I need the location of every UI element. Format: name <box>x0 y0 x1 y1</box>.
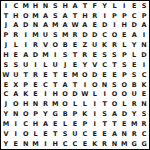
grid-cell[interactable]: N <box>40 1 50 11</box>
grid-cell[interactable]: E <box>80 139 90 149</box>
grid-cell[interactable]: Y <box>129 40 139 50</box>
grid-cell[interactable]: R <box>139 119 149 129</box>
grid-cell[interactable]: N <box>139 100 149 110</box>
grid-cell[interactable]: A <box>129 31 139 41</box>
grid-cell[interactable]: T <box>50 80 60 90</box>
grid-cell[interactable]: M <box>50 100 60 110</box>
grid-cell[interactable]: I <box>139 31 149 41</box>
grid-cell[interactable]: E <box>139 90 149 100</box>
grid-cell[interactable]: L <box>129 50 139 60</box>
grid-cell[interactable]: D <box>70 90 80 100</box>
grid-cell[interactable]: M <box>70 70 80 80</box>
grid-cell[interactable]: R <box>129 129 139 139</box>
grid-cell[interactable]: E <box>70 40 80 50</box>
grid-cell[interactable]: D <box>129 21 139 31</box>
grid-cell[interactable]: A <box>139 21 149 31</box>
grid-cell[interactable]: T <box>21 70 31 80</box>
grid-cell[interactable]: A <box>60 21 70 31</box>
grid-cell[interactable]: P <box>70 110 80 120</box>
grid-cell[interactable]: T <box>50 70 60 80</box>
grid-cell[interactable]: U <box>70 129 80 139</box>
grid-cell[interactable]: L <box>80 100 90 110</box>
grid-cell[interactable]: S <box>60 50 70 60</box>
grid-cell[interactable]: C <box>139 129 149 139</box>
grid-cell[interactable]: E <box>90 129 100 139</box>
grid-cell[interactable]: C <box>1 90 11 100</box>
grid-cell[interactable]: S <box>50 1 60 11</box>
grid-cell[interactable]: R <box>70 31 80 41</box>
grid-cell[interactable]: I <box>40 90 50 100</box>
grid-cell[interactable]: E <box>40 129 50 139</box>
grid-cell[interactable]: Z <box>80 40 90 50</box>
grid-cell[interactable]: I <box>31 60 41 70</box>
grid-cell[interactable]: S <box>1 60 11 70</box>
grid-cell[interactable]: B <box>60 110 70 120</box>
grid-cell[interactable]: C <box>100 60 110 70</box>
grid-cell[interactable]: H <box>31 1 41 11</box>
grid-cell[interactable]: A <box>21 50 31 60</box>
grid-cell[interactable]: B <box>129 80 139 90</box>
grid-cell[interactable]: M <box>50 21 60 31</box>
grid-cell[interactable]: L <box>70 100 80 110</box>
grid-cell[interactable]: S <box>139 1 149 11</box>
grid-cell[interactable]: H <box>50 139 60 149</box>
grid-cell[interactable]: P <box>119 11 129 21</box>
grid-cell[interactable]: L <box>60 119 70 129</box>
grid-cell[interactable]: E <box>129 60 139 70</box>
grid-cell[interactable]: I <box>50 50 60 60</box>
grid-cell[interactable]: S <box>129 70 139 80</box>
grid-cell[interactable]: A <box>80 21 90 31</box>
grid-cell[interactable]: E <box>70 119 80 129</box>
grid-cell[interactable]: M <box>119 139 129 149</box>
grid-cell[interactable]: T <box>110 60 120 70</box>
grid-cell[interactable]: C <box>11 1 21 11</box>
grid-cell[interactable]: O <box>110 100 120 110</box>
grid-cell[interactable]: T <box>80 1 90 11</box>
grid-cell[interactable]: L <box>90 90 100 100</box>
grid-cell[interactable]: E <box>100 70 110 80</box>
grid-cell[interactable]: J <box>60 60 70 70</box>
grid-cell[interactable]: P <box>139 11 149 21</box>
grid-cell[interactable]: I <box>100 11 110 21</box>
grid-cell[interactable]: O <box>119 90 129 100</box>
grid-cell[interactable]: R <box>11 31 21 41</box>
grid-cell[interactable]: W <box>1 70 11 80</box>
grid-cell[interactable]: C <box>60 139 70 149</box>
grid-cell[interactable]: E <box>110 70 120 80</box>
grid-cell[interactable]: E <box>60 70 70 80</box>
grid-cell[interactable]: I <box>90 100 100 110</box>
grid-cell[interactable]: C <box>139 70 149 80</box>
grid-cell[interactable]: P <box>1 31 11 41</box>
grid-cell[interactable]: C <box>80 129 90 139</box>
grid-cell[interactable]: D <box>139 50 149 60</box>
grid-cell[interactable]: I <box>11 129 21 139</box>
grid-cell[interactable]: O <box>21 11 31 21</box>
grid-cell[interactable]: M <box>31 139 41 149</box>
grid-cell[interactable]: P <box>119 70 129 80</box>
grid-cell[interactable]: N <box>21 139 31 149</box>
grid-cell[interactable]: I <box>100 90 110 100</box>
grid-cell[interactable]: S <box>119 60 129 70</box>
grid-cell[interactable]: T <box>70 50 80 60</box>
grid-cell[interactable]: E <box>90 50 100 60</box>
grid-cell[interactable]: M <box>31 11 41 21</box>
grid-cell[interactable]: U <box>90 40 100 50</box>
grid-cell[interactable]: J <box>1 100 11 110</box>
grid-cell[interactable]: I <box>40 139 50 149</box>
grid-cell[interactable]: P <box>31 110 41 120</box>
grid-cell[interactable]: Y <box>40 110 50 120</box>
grid-cell[interactable]: H <box>60 1 70 11</box>
grid-cell[interactable]: E <box>119 31 129 41</box>
grid-cell[interactable]: D <box>119 110 129 120</box>
grid-cell[interactable]: R <box>129 100 139 110</box>
grid-cell[interactable]: L <box>40 60 50 70</box>
grid-cell[interactable]: Y <box>100 1 110 11</box>
grid-cell[interactable]: M <box>40 50 50 60</box>
grid-cell[interactable]: C <box>70 139 80 149</box>
grid-cell[interactable]: K <box>90 139 100 149</box>
grid-cell[interactable]: Y <box>80 60 90 70</box>
grid-cell[interactable]: S <box>110 50 120 60</box>
grid-cell[interactable]: C <box>21 119 31 129</box>
grid-cell[interactable]: R <box>40 100 50 110</box>
grid-cell[interactable]: O <box>21 129 31 139</box>
grid-cell[interactable]: U <box>40 31 50 41</box>
grid-cell[interactable]: A <box>110 110 120 120</box>
grid-cell[interactable]: P <box>119 50 129 60</box>
grid-cell[interactable]: I <box>1 1 11 11</box>
grid-cell[interactable]: L <box>11 40 21 50</box>
grid-cell[interactable]: A <box>60 80 70 90</box>
grid-cell[interactable]: S <box>11 60 21 70</box>
grid-cell[interactable]: Y <box>129 110 139 120</box>
grid-cell[interactable]: E <box>31 90 41 100</box>
grid-cell[interactable]: T <box>100 119 110 129</box>
grid-cell[interactable]: E <box>11 50 21 60</box>
grid-cell[interactable]: H <box>119 21 129 31</box>
grid-cell[interactable]: G <box>50 110 60 120</box>
grid-cell[interactable]: N <box>119 129 129 139</box>
grid-cell[interactable]: E <box>90 21 100 31</box>
grid-cell[interactable]: V <box>40 40 50 50</box>
grid-cell[interactable]: I <box>11 119 21 129</box>
grid-cell[interactable]: T <box>110 119 120 129</box>
grid-cell[interactable]: K <box>139 80 149 90</box>
grid-cell[interactable]: T <box>100 100 110 110</box>
grid-cell[interactable]: A <box>40 11 50 21</box>
grid-cell[interactable]: I <box>21 40 31 50</box>
grid-cell[interactable]: A <box>70 1 80 11</box>
grid-cell[interactable]: O <box>60 90 70 100</box>
grid-cell[interactable]: T <box>1 11 11 21</box>
grid-cell[interactable]: H <box>1 50 11 60</box>
grid-cell[interactable]: T <box>70 80 80 90</box>
grid-cell[interactable]: H <box>11 11 21 21</box>
grid-cell[interactable]: H <box>80 11 90 21</box>
grid-cell[interactable]: E <box>31 80 41 90</box>
grid-cell[interactable]: D <box>90 31 100 41</box>
grid-cell[interactable]: P <box>21 80 31 90</box>
grid-cell[interactable]: G <box>129 139 139 149</box>
grid-cell[interactable]: R <box>90 11 100 21</box>
grid-cell[interactable]: O <box>119 80 129 90</box>
grid-cell[interactable]: A <box>110 129 120 139</box>
grid-cell[interactable]: W <box>80 90 90 100</box>
grid-cell[interactable]: U <box>129 90 139 100</box>
grid-cell[interactable]: L <box>31 129 41 139</box>
grid-cell[interactable]: N <box>100 80 110 90</box>
grid-cell[interactable]: M <box>60 31 70 41</box>
grid-cell[interactable]: S <box>139 110 149 120</box>
grid-cell[interactable]: L <box>119 40 129 50</box>
grid-cell[interactable]: F <box>90 1 100 11</box>
grid-cell[interactable]: E <box>100 129 110 139</box>
grid-cell[interactable]: E <box>129 1 139 11</box>
grid-cell[interactable]: R <box>110 40 120 50</box>
grid-cell[interactable]: S <box>50 31 60 41</box>
grid-cell[interactable]: C <box>129 11 139 21</box>
grid-cell[interactable]: I <box>90 110 100 120</box>
grid-cell[interactable]: K <box>21 90 31 100</box>
grid-cell[interactable]: J <box>1 21 11 31</box>
grid-cell[interactable]: A <box>60 11 70 21</box>
grid-cell[interactable]: U <box>50 60 60 70</box>
grid-cell[interactable]: H <box>50 90 60 100</box>
grid-cell[interactable]: V <box>1 129 11 139</box>
grid-cell[interactable]: A <box>40 21 50 31</box>
grid-cell[interactable]: R <box>31 70 41 80</box>
grid-cell[interactable]: T <box>50 129 60 139</box>
grid-cell[interactable]: O <box>60 100 70 110</box>
grid-cell[interactable]: E <box>40 70 50 80</box>
grid-cell[interactable]: M <box>21 1 31 11</box>
grid-cell[interactable]: D <box>31 50 41 60</box>
word-search-grid: ICMHNSHATFYLIESTHOMASATHRIPPCPJADNAMAWAE… <box>0 0 150 150</box>
grid-cell[interactable]: A <box>40 119 50 129</box>
grid-cell[interactable]: O <box>50 40 60 50</box>
grid-cell[interactable]: U <box>11 70 21 80</box>
grid-cell[interactable]: E <box>70 60 80 70</box>
grid-cell[interactable]: O <box>110 90 120 100</box>
grid-cell[interactable]: E <box>1 80 11 90</box>
grid-cell[interactable]: P <box>110 11 120 21</box>
grid-cell[interactable]: R <box>31 40 41 50</box>
grid-cell[interactable]: P <box>80 119 90 129</box>
grid-cell[interactable]: W <box>70 21 80 31</box>
grid-cell[interactable]: B <box>60 40 70 50</box>
grid-cell[interactable]: S <box>100 50 110 60</box>
grid-cell[interactable]: O <box>80 70 90 80</box>
grid-cell[interactable]: S <box>100 110 110 120</box>
grid-cell[interactable]: X <box>11 80 21 90</box>
grid-cell[interactable]: Y <box>1 110 11 120</box>
grid-cell[interactable]: I <box>119 1 129 11</box>
grid-cell[interactable]: K <box>80 110 90 120</box>
grid-cell[interactable]: O <box>21 110 31 120</box>
grid-cell[interactable]: M <box>129 119 139 129</box>
grid-cell[interactable]: S <box>50 11 60 21</box>
grid-cell[interactable]: A <box>11 90 21 100</box>
grid-cell[interactable]: J <box>1 40 11 50</box>
grid-cell[interactable]: D <box>90 70 100 80</box>
grid-cell[interactable]: I <box>110 21 120 31</box>
grid-cell[interactable]: O <box>110 31 120 41</box>
grid-cell[interactable]: D <box>100 21 110 31</box>
grid-cell[interactable]: S <box>60 129 70 139</box>
grid-cell[interactable]: A <box>11 21 21 31</box>
grid-cell[interactable]: I <box>90 119 100 129</box>
grid-cell[interactable]: N <box>31 21 41 31</box>
grid-cell[interactable]: E <box>119 119 129 129</box>
grid-cell[interactable]: R <box>100 139 110 149</box>
grid-cell[interactable]: R <box>80 50 90 60</box>
grid-cell[interactable]: I <box>139 60 149 70</box>
grid-cell[interactable]: Y <box>1 139 11 149</box>
grid-cell[interactable]: S <box>110 80 120 90</box>
grid-cell[interactable]: M <box>1 119 11 129</box>
grid-cell[interactable]: C <box>100 31 110 41</box>
grid-cell[interactable]: N <box>31 100 41 110</box>
grid-cell[interactable]: L <box>119 100 129 110</box>
grid-cell[interactable]: V <box>90 60 100 70</box>
grid-cell[interactable]: H <box>31 119 41 129</box>
grid-cell[interactable]: M <box>31 31 41 41</box>
grid-cell[interactable]: G <box>139 139 149 149</box>
grid-cell[interactable]: D <box>21 21 31 31</box>
grid-cell[interactable]: E <box>50 119 60 129</box>
grid-cell[interactable]: D <box>80 31 90 41</box>
grid-cell[interactable]: U <box>21 60 31 70</box>
grid-cell[interactable]: K <box>100 40 110 50</box>
grid-cell[interactable]: N <box>110 139 120 149</box>
grid-cell[interactable]: H <box>21 100 31 110</box>
grid-cell[interactable]: L <box>110 1 120 11</box>
grid-cell[interactable]: I <box>21 31 31 41</box>
grid-cell[interactable]: O <box>11 100 21 110</box>
grid-cell[interactable]: N <box>139 40 149 50</box>
grid-cell[interactable]: I <box>80 80 90 90</box>
grid-cell[interactable]: N <box>11 110 21 120</box>
grid-cell[interactable]: C <box>40 80 50 90</box>
grid-cell[interactable]: T <box>70 11 80 21</box>
grid-cell[interactable]: E <box>11 139 21 149</box>
grid-cell[interactable]: O <box>90 80 100 90</box>
